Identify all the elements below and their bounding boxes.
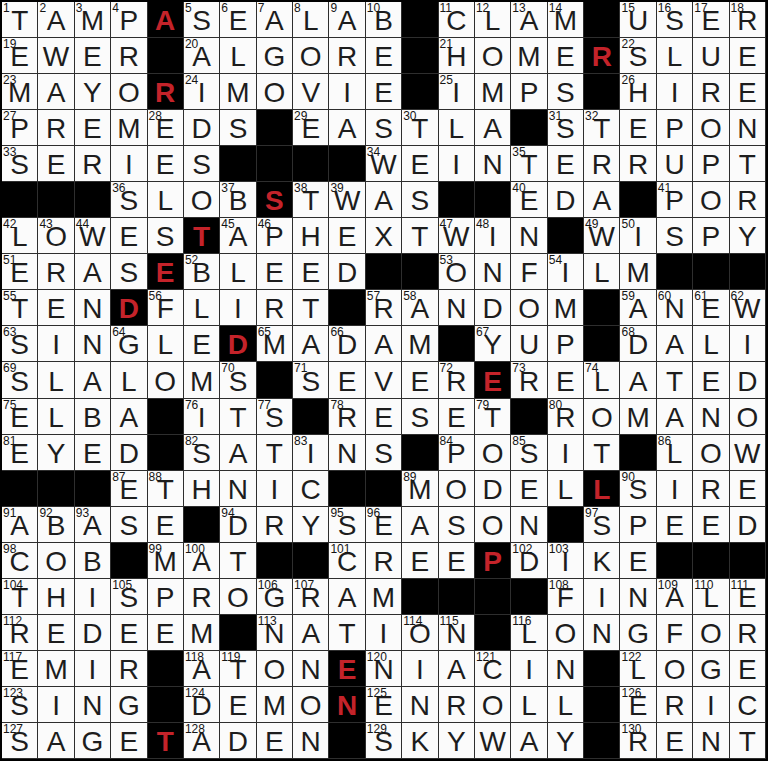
letter-square-r7c18[interactable]: 50I xyxy=(620,218,656,254)
letter-square-r8c6[interactable]: 52B xyxy=(184,254,220,290)
letter-square-r18c5[interactable]: E xyxy=(148,615,184,651)
letter-square-r21c9[interactable]: N xyxy=(293,723,329,759)
letter-square-r1c10[interactable]: 9A xyxy=(329,2,365,38)
letter-square-r6c15[interactable]: 40E xyxy=(511,182,547,218)
letter-square-r7c14[interactable]: 48I xyxy=(475,218,511,254)
letter-square-r17c4[interactable]: 105S xyxy=(111,579,147,615)
letter-square-r15c19[interactable]: E xyxy=(657,507,693,543)
letter-square-r6c19[interactable]: 41P xyxy=(657,182,693,218)
letter-square-r6c11[interactable]: A xyxy=(366,182,402,218)
letter-square-r12c8[interactable]: 77S xyxy=(257,399,293,435)
letter-square-r21c7[interactable]: D xyxy=(220,723,256,759)
letter-square-r1c2[interactable]: 2A xyxy=(38,2,74,38)
letter-square-r20c9[interactable]: O xyxy=(293,687,329,723)
letter-square-r2c2[interactable]: W xyxy=(38,38,74,74)
letter-square-r10c10[interactable]: 66D xyxy=(329,326,365,362)
letter-square-r11c18[interactable]: A xyxy=(620,362,656,398)
letter-square-r13c21[interactable]: W xyxy=(730,435,766,471)
letter-square-r2c20[interactable]: U xyxy=(693,38,729,74)
letter-square-r16c16[interactable]: 103I xyxy=(548,543,584,579)
letter-square-r16c13[interactable]: E xyxy=(439,543,475,579)
letter-square-r18c15[interactable]: 116L xyxy=(511,615,547,651)
letter-square-r14c20[interactable]: R xyxy=(693,471,729,507)
letter-square-r8c10[interactable]: D xyxy=(329,254,365,290)
letter-square-r11c2[interactable]: L xyxy=(38,362,74,398)
letter-square-r5c5[interactable]: E xyxy=(148,146,184,182)
letter-square-r15c18[interactable]: P xyxy=(620,507,656,543)
letter-square-r11c9[interactable]: 71S xyxy=(293,362,329,398)
letter-square-r3c15[interactable]: P xyxy=(511,74,547,110)
letter-square-r2c21[interactable]: E xyxy=(730,38,766,74)
letter-square-r15c4[interactable]: S xyxy=(111,507,147,543)
letter-square-r20c15[interactable]: L xyxy=(511,687,547,723)
letter-square-r19c4[interactable]: R xyxy=(111,651,147,687)
letter-square-r10c21[interactable]: I xyxy=(730,326,766,362)
letter-square-r8c15[interactable]: F xyxy=(511,254,547,290)
letter-square-r7c21[interactable]: Y xyxy=(730,218,766,254)
letter-square-r4c14[interactable]: A xyxy=(475,110,511,146)
letter-square-r11c19[interactable]: T xyxy=(657,362,693,398)
letter-square-r7c3[interactable]: 44W xyxy=(75,218,111,254)
letter-square-r19c3[interactable]: I xyxy=(75,651,111,687)
letter-square-r4c3[interactable]: E xyxy=(75,110,111,146)
letter-square-r20c19[interactable]: R xyxy=(657,687,693,723)
letter-square-r12c6[interactable]: 76I xyxy=(184,399,220,435)
letter-square-r2c3[interactable]: E xyxy=(75,38,111,74)
letter-square-r13c1[interactable]: 81E xyxy=(2,435,38,471)
letter-square-r20c3[interactable]: N xyxy=(75,687,111,723)
letter-square-r19c19[interactable]: O xyxy=(657,651,693,687)
letter-square-r18c20[interactable]: O xyxy=(693,615,729,651)
letter-square-r5c18[interactable]: R xyxy=(620,146,656,182)
letter-square-r15c12[interactable]: A xyxy=(402,507,438,543)
letter-square-r3c1[interactable]: 23M xyxy=(2,74,38,110)
letter-square-r8c18[interactable]: M xyxy=(620,254,656,290)
letter-square-r13c2[interactable]: Y xyxy=(38,435,74,471)
letter-square-r2c13[interactable]: 21H xyxy=(439,38,475,74)
letter-square-r2c18[interactable]: 22S xyxy=(620,38,656,74)
letter-square-r1c15[interactable]: 13A xyxy=(511,2,547,38)
letter-square-r13c16[interactable]: I xyxy=(548,435,584,471)
letter-square-r20c12[interactable]: N xyxy=(402,687,438,723)
letter-square-r11c15[interactable]: 73R xyxy=(511,362,547,398)
letter-square-r1c13[interactable]: 11C xyxy=(439,2,475,38)
letter-square-r15c21[interactable]: D xyxy=(730,507,766,543)
letter-square-r1c18[interactable]: 15U xyxy=(620,2,656,38)
letter-square-r17c19[interactable]: 109A xyxy=(657,579,693,615)
letter-square-r10c8[interactable]: 65M xyxy=(257,326,293,362)
letter-square-r19c20[interactable]: G xyxy=(693,651,729,687)
letter-square-r12c20[interactable]: N xyxy=(693,399,729,435)
letter-square-r10c5[interactable]: L xyxy=(148,326,184,362)
letter-square-r4c10[interactable]: A xyxy=(329,110,365,146)
letter-square-r10c2[interactable]: I xyxy=(38,326,74,362)
letter-square-r10c4[interactable]: 64G xyxy=(111,326,147,362)
letter-square-r19c11[interactable]: 120N xyxy=(366,651,402,687)
letter-square-r5c13[interactable]: I xyxy=(439,146,475,182)
letter-square-r6c20[interactable]: O xyxy=(693,182,729,218)
letter-square-r11c10[interactable]: E xyxy=(329,362,365,398)
letter-square-r8c4[interactable]: S xyxy=(111,254,147,290)
letter-square-r6c17[interactable]: A xyxy=(584,182,620,218)
letter-square-r14c14[interactable]: D xyxy=(475,471,511,507)
letter-square-r4c7[interactable]: S xyxy=(220,110,256,146)
letter-square-r8c7[interactable]: L xyxy=(220,254,256,290)
letter-square-r10c12[interactable]: M xyxy=(402,326,438,362)
letter-square-r20c13[interactable]: R xyxy=(439,687,475,723)
letter-square-r11c13[interactable]: 72R xyxy=(439,362,475,398)
letter-square-r1c11[interactable]: 10B xyxy=(366,2,402,38)
letter-square-r1c4[interactable]: 4P xyxy=(111,2,147,38)
letter-square-r14c6[interactable]: H xyxy=(184,471,220,507)
letter-square-r20c7[interactable]: E xyxy=(220,687,256,723)
letter-square-r9c16[interactable]: M xyxy=(548,290,584,326)
letter-square-r20c14[interactable]: O xyxy=(475,687,511,723)
letter-square-r3c9[interactable]: V xyxy=(293,74,329,110)
letter-square-r17c17[interactable]: I xyxy=(584,579,620,615)
letter-square-r8c2[interactable]: R xyxy=(38,254,74,290)
letter-square-r12c17[interactable]: O xyxy=(584,399,620,435)
letter-square-r15c20[interactable]: E xyxy=(693,507,729,543)
letter-square-r3c16[interactable]: S xyxy=(548,74,584,110)
letter-square-r3c7[interactable]: M xyxy=(220,74,256,110)
letter-square-r9c11[interactable]: 57R xyxy=(366,290,402,326)
letter-square-r1c3[interactable]: 3M xyxy=(75,2,111,38)
letter-square-r17c11[interactable]: M xyxy=(366,579,402,615)
letter-square-r18c2[interactable]: E xyxy=(38,615,74,651)
letter-square-r10c14[interactable]: 67Y xyxy=(475,326,511,362)
letter-square-r8c1[interactable]: 51E xyxy=(2,254,38,290)
letter-square-r19c1[interactable]: 117E xyxy=(2,651,38,687)
letter-square-r15c11[interactable]: 96E xyxy=(366,507,402,543)
letter-square-r4c6[interactable]: D xyxy=(184,110,220,146)
letter-square-r9c2[interactable]: E xyxy=(38,290,74,326)
letter-square-r7c13[interactable]: 47W xyxy=(439,218,475,254)
letter-square-r5c1[interactable]: 33S xyxy=(2,146,38,182)
letter-square-r2c15[interactable]: M xyxy=(511,38,547,74)
letter-square-r17c18[interactable]: N xyxy=(620,579,656,615)
letter-square-r9c19[interactable]: 60N xyxy=(657,290,693,326)
letter-square-r2c14[interactable]: O xyxy=(475,38,511,74)
letter-square-r18c11[interactable]: I xyxy=(366,615,402,651)
letter-square-r18c6[interactable]: M xyxy=(184,615,220,651)
letter-square-r8c17[interactable]: L xyxy=(584,254,620,290)
letter-square-r13c14[interactable]: O xyxy=(475,435,511,471)
letter-square-r10c1[interactable]: 63S xyxy=(2,326,38,362)
letter-square-r8c14[interactable]: N xyxy=(475,254,511,290)
letter-square-r16c17[interactable]: K xyxy=(584,543,620,579)
letter-square-r4c20[interactable]: O xyxy=(693,110,729,146)
letter-square-r4c12[interactable]: 30T xyxy=(402,110,438,146)
letter-square-r21c12[interactable]: K xyxy=(402,723,438,759)
letter-square-r9c15[interactable]: O xyxy=(511,290,547,326)
letter-square-r1c19[interactable]: 16S xyxy=(657,2,693,38)
letter-square-r15c14[interactable]: O xyxy=(475,507,511,543)
letter-square-r11c5[interactable]: O xyxy=(148,362,184,398)
letter-square-r18c13[interactable]: 115N xyxy=(439,615,475,651)
letter-square-r19c21[interactable]: E xyxy=(730,651,766,687)
letter-square-r4c4[interactable]: M xyxy=(111,110,147,146)
letter-square-r17c6[interactable]: R xyxy=(184,579,220,615)
letter-square-r13c20[interactable]: O xyxy=(693,435,729,471)
letter-square-r7c4[interactable]: E xyxy=(111,218,147,254)
letter-square-r4c13[interactable]: L xyxy=(439,110,475,146)
letter-square-r21c18[interactable]: 130R xyxy=(620,723,656,759)
letter-square-r16c18[interactable]: E xyxy=(620,543,656,579)
letter-square-r5c4[interactable]: I xyxy=(111,146,147,182)
letter-square-r12c21[interactable]: O xyxy=(730,399,766,435)
letter-square-r9c21[interactable]: 62W xyxy=(730,290,766,326)
letter-square-r4c5[interactable]: 28E xyxy=(148,110,184,146)
letter-square-r5c21[interactable]: T xyxy=(730,146,766,182)
letter-square-r13c10[interactable]: N xyxy=(329,435,365,471)
letter-square-r5c15[interactable]: 35T xyxy=(511,146,547,182)
letter-square-r10c18[interactable]: 68D xyxy=(620,326,656,362)
letter-square-r20c11[interactable]: 125E xyxy=(366,687,402,723)
letter-square-r18c17[interactable]: N xyxy=(584,615,620,651)
letter-square-r12c10[interactable]: 78R xyxy=(329,399,365,435)
letter-square-r17c3[interactable]: I xyxy=(75,579,111,615)
letter-square-r13c4[interactable]: D xyxy=(111,435,147,471)
letter-square-r15c2[interactable]: 92B xyxy=(38,507,74,543)
letter-square-r18c19[interactable]: F xyxy=(657,615,693,651)
letter-square-r18c21[interactable]: R xyxy=(730,615,766,651)
letter-square-r14c21[interactable]: E xyxy=(730,471,766,507)
letter-square-r2c6[interactable]: 20A xyxy=(184,38,220,74)
letter-square-r12c4[interactable]: A xyxy=(111,399,147,435)
letter-square-r13c9[interactable]: 83I xyxy=(293,435,329,471)
letter-square-r18c8[interactable]: 113N xyxy=(257,615,293,651)
letter-square-r5c17[interactable]: R xyxy=(584,146,620,182)
letter-square-r9c13[interactable]: N xyxy=(439,290,475,326)
letter-square-r19c7[interactable]: 119T xyxy=(220,651,256,687)
letter-square-r21c8[interactable]: E xyxy=(257,723,293,759)
letter-square-r17c8[interactable]: 106G xyxy=(257,579,293,615)
letter-square-r6c6[interactable]: O xyxy=(184,182,220,218)
letter-square-r21c19[interactable]: E xyxy=(657,723,693,759)
letter-square-r1c20[interactable]: 17E xyxy=(693,2,729,38)
letter-square-r4c2[interactable]: R xyxy=(38,110,74,146)
letter-square-r17c16[interactable]: 108F xyxy=(548,579,584,615)
letter-square-r20c2[interactable]: I xyxy=(38,687,74,723)
letter-square-r20c4[interactable]: G xyxy=(111,687,147,723)
letter-square-r16c6[interactable]: 100A xyxy=(184,543,220,579)
letter-square-r7c15[interactable]: N xyxy=(511,218,547,254)
letter-square-r3c11[interactable]: E xyxy=(366,74,402,110)
letter-square-r16c5[interactable]: 99M xyxy=(148,543,184,579)
letter-square-r13c13[interactable]: 84P xyxy=(439,435,475,471)
letter-square-r14c4[interactable]: 87E xyxy=(111,471,147,507)
letter-square-r10c9[interactable]: A xyxy=(293,326,329,362)
letter-square-r9c14[interactable]: D xyxy=(475,290,511,326)
letter-square-r21c21[interactable]: T xyxy=(730,723,766,759)
letter-square-r7c20[interactable]: P xyxy=(693,218,729,254)
letter-square-r12c7[interactable]: T xyxy=(220,399,256,435)
letter-square-r3c20[interactable]: R xyxy=(693,74,729,110)
letter-square-r15c13[interactable]: S xyxy=(439,507,475,543)
letter-square-r11c6[interactable]: M xyxy=(184,362,220,398)
letter-square-r7c2[interactable]: 43O xyxy=(38,218,74,254)
letter-square-r21c4[interactable]: E xyxy=(111,723,147,759)
letter-square-r9c12[interactable]: 58A xyxy=(402,290,438,326)
letter-square-r14c12[interactable]: 89M xyxy=(402,471,438,507)
letter-square-r8c9[interactable]: E xyxy=(293,254,329,290)
letter-square-r19c6[interactable]: 118A xyxy=(184,651,220,687)
letter-square-r13c11[interactable]: S xyxy=(366,435,402,471)
letter-square-r10c6[interactable]: E xyxy=(184,326,220,362)
letter-square-r21c3[interactable]: G xyxy=(75,723,111,759)
letter-square-r8c16[interactable]: 54I xyxy=(548,254,584,290)
letter-square-r14c13[interactable]: O xyxy=(439,471,475,507)
letter-square-r14c8[interactable]: I xyxy=(257,471,293,507)
letter-square-r11c21[interactable]: D xyxy=(730,362,766,398)
letter-square-r17c5[interactable]: P xyxy=(148,579,184,615)
letter-square-r3c13[interactable]: 25I xyxy=(439,74,475,110)
letter-square-r6c9[interactable]: 38T xyxy=(293,182,329,218)
letter-square-r13c19[interactable]: 86L xyxy=(657,435,693,471)
letter-square-r5c19[interactable]: U xyxy=(657,146,693,182)
letter-square-r15c7[interactable]: 94D xyxy=(220,507,256,543)
letter-square-r1c16[interactable]: 14M xyxy=(548,2,584,38)
letter-square-r1c9[interactable]: 8L xyxy=(293,2,329,38)
letter-square-r15c3[interactable]: 93A xyxy=(75,507,111,543)
letter-square-r19c8[interactable]: O xyxy=(257,651,293,687)
letter-square-r3c8[interactable]: O xyxy=(257,74,293,110)
letter-square-r2c7[interactable]: L xyxy=(220,38,256,74)
letter-square-r12c14[interactable]: 79T xyxy=(475,399,511,435)
letter-square-r1c8[interactable]: 7A xyxy=(257,2,293,38)
letter-square-r21c13[interactable]: Y xyxy=(439,723,475,759)
letter-square-r7c17[interactable]: 49W xyxy=(584,218,620,254)
letter-square-r5c11[interactable]: 34W xyxy=(366,146,402,182)
letter-square-r18c12[interactable]: 114O xyxy=(402,615,438,651)
letter-square-r2c16[interactable]: E xyxy=(548,38,584,74)
letter-square-r3c21[interactable]: E xyxy=(730,74,766,110)
letter-square-r14c16[interactable]: L xyxy=(548,471,584,507)
letter-square-r20c6[interactable]: 124D xyxy=(184,687,220,723)
letter-square-r11c20[interactable]: E xyxy=(693,362,729,398)
letter-square-r7c19[interactable]: S xyxy=(657,218,693,254)
letter-square-r8c13[interactable]: 53O xyxy=(439,254,475,290)
letter-square-r2c4[interactable]: R xyxy=(111,38,147,74)
letter-square-r12c16[interactable]: 80R xyxy=(548,399,584,435)
letter-square-r12c19[interactable]: A xyxy=(657,399,693,435)
letter-square-r10c15[interactable]: U xyxy=(511,326,547,362)
letter-square-r21c16[interactable]: Y xyxy=(548,723,584,759)
letter-square-r5c2[interactable]: E xyxy=(38,146,74,182)
letter-square-r9c20[interactable]: 61E xyxy=(693,290,729,326)
letter-square-r3c2[interactable]: A xyxy=(38,74,74,110)
letter-square-r19c12[interactable]: I xyxy=(402,651,438,687)
letter-square-r1c6[interactable]: 5S xyxy=(184,2,220,38)
letter-square-r4c18[interactable]: E xyxy=(620,110,656,146)
letter-square-r7c12[interactable]: T xyxy=(402,218,438,254)
letter-square-r9c6[interactable]: L xyxy=(184,290,220,326)
letter-square-r18c10[interactable]: T xyxy=(329,615,365,651)
letter-square-r15c10[interactable]: 95S xyxy=(329,507,365,543)
letter-square-r16c2[interactable]: O xyxy=(38,543,74,579)
letter-square-r3c10[interactable]: I xyxy=(329,74,365,110)
letter-square-r4c21[interactable]: N xyxy=(730,110,766,146)
letter-square-r17c1[interactable]: 104T xyxy=(2,579,38,615)
letter-square-r20c16[interactable]: L xyxy=(548,687,584,723)
letter-square-r19c16[interactable]: N xyxy=(548,651,584,687)
letter-square-r10c19[interactable]: A xyxy=(657,326,693,362)
letter-square-r7c9[interactable]: H xyxy=(293,218,329,254)
letter-square-r18c1[interactable]: 112R xyxy=(2,615,38,651)
letter-square-r2c9[interactable]: O xyxy=(293,38,329,74)
letter-square-r14c18[interactable]: 90S xyxy=(620,471,656,507)
letter-square-r11c16[interactable]: E xyxy=(548,362,584,398)
letter-square-r16c7[interactable]: T xyxy=(220,543,256,579)
letter-square-r4c19[interactable]: P xyxy=(657,110,693,146)
letter-square-r1c7[interactable]: 6E xyxy=(220,2,256,38)
letter-square-r9c8[interactable]: R xyxy=(257,290,293,326)
letter-square-r17c21[interactable]: 111E xyxy=(730,579,766,615)
letter-square-r17c7[interactable]: O xyxy=(220,579,256,615)
letter-square-r7c7[interactable]: 45A xyxy=(220,218,256,254)
letter-square-r10c16[interactable]: P xyxy=(548,326,584,362)
letter-square-r9c5[interactable]: 56F xyxy=(148,290,184,326)
letter-square-r4c11[interactable]: S xyxy=(366,110,402,146)
letter-square-r5c14[interactable]: N xyxy=(475,146,511,182)
letter-square-r20c1[interactable]: 123S xyxy=(2,687,38,723)
letter-square-r15c9[interactable]: Y xyxy=(293,507,329,543)
letter-square-r2c10[interactable]: R xyxy=(329,38,365,74)
letter-square-r9c7[interactable]: I xyxy=(220,290,256,326)
letter-square-r14c15[interactable]: E xyxy=(511,471,547,507)
letter-square-r16c1[interactable]: 98C xyxy=(2,543,38,579)
letter-square-r15c8[interactable]: R xyxy=(257,507,293,543)
letter-square-r3c14[interactable]: M xyxy=(475,74,511,110)
letter-square-r12c13[interactable]: E xyxy=(439,399,475,435)
letter-square-r19c15[interactable]: I xyxy=(511,651,547,687)
letter-square-r20c8[interactable]: M xyxy=(257,687,293,723)
letter-square-r3c4[interactable]: O xyxy=(111,74,147,110)
letter-square-r2c8[interactable]: G xyxy=(257,38,293,74)
letter-square-r16c3[interactable]: B xyxy=(75,543,111,579)
letter-square-r12c11[interactable]: E xyxy=(366,399,402,435)
letter-square-r15c17[interactable]: 97S xyxy=(584,507,620,543)
letter-square-r21c14[interactable]: W xyxy=(475,723,511,759)
letter-square-r7c5[interactable]: S xyxy=(148,218,184,254)
letter-square-r10c3[interactable]: N xyxy=(75,326,111,362)
letter-square-r9c18[interactable]: 59A xyxy=(620,290,656,326)
letter-square-r17c2[interactable]: H xyxy=(38,579,74,615)
letter-square-r19c18[interactable]: 122L xyxy=(620,651,656,687)
letter-square-r6c7[interactable]: 37B xyxy=(220,182,256,218)
letter-square-r11c3[interactable]: A xyxy=(75,362,111,398)
letter-square-r9c1[interactable]: 55T xyxy=(2,290,38,326)
letter-square-r11c7[interactable]: 70S xyxy=(220,362,256,398)
letter-square-r18c3[interactable]: D xyxy=(75,615,111,651)
letter-square-r20c18[interactable]: 126E xyxy=(620,687,656,723)
letter-square-r21c2[interactable]: A xyxy=(38,723,74,759)
letter-square-r21c11[interactable]: 129S xyxy=(366,723,402,759)
letter-square-r9c3[interactable]: N xyxy=(75,290,111,326)
letter-square-r18c9[interactable]: A xyxy=(293,615,329,651)
letter-square-r8c3[interactable]: A xyxy=(75,254,111,290)
letter-square-r17c9[interactable]: 107R xyxy=(293,579,329,615)
letter-square-r4c17[interactable]: 32T xyxy=(584,110,620,146)
letter-square-r12c1[interactable]: 75E xyxy=(2,399,38,435)
letter-square-r20c20[interactable]: I xyxy=(693,687,729,723)
letter-square-r10c20[interactable]: L xyxy=(693,326,729,362)
letter-square-r7c11[interactable]: X xyxy=(366,218,402,254)
letter-square-r3c3[interactable]: Y xyxy=(75,74,111,110)
letter-square-r2c11[interactable]: E xyxy=(366,38,402,74)
letter-square-r6c5[interactable]: L xyxy=(148,182,184,218)
